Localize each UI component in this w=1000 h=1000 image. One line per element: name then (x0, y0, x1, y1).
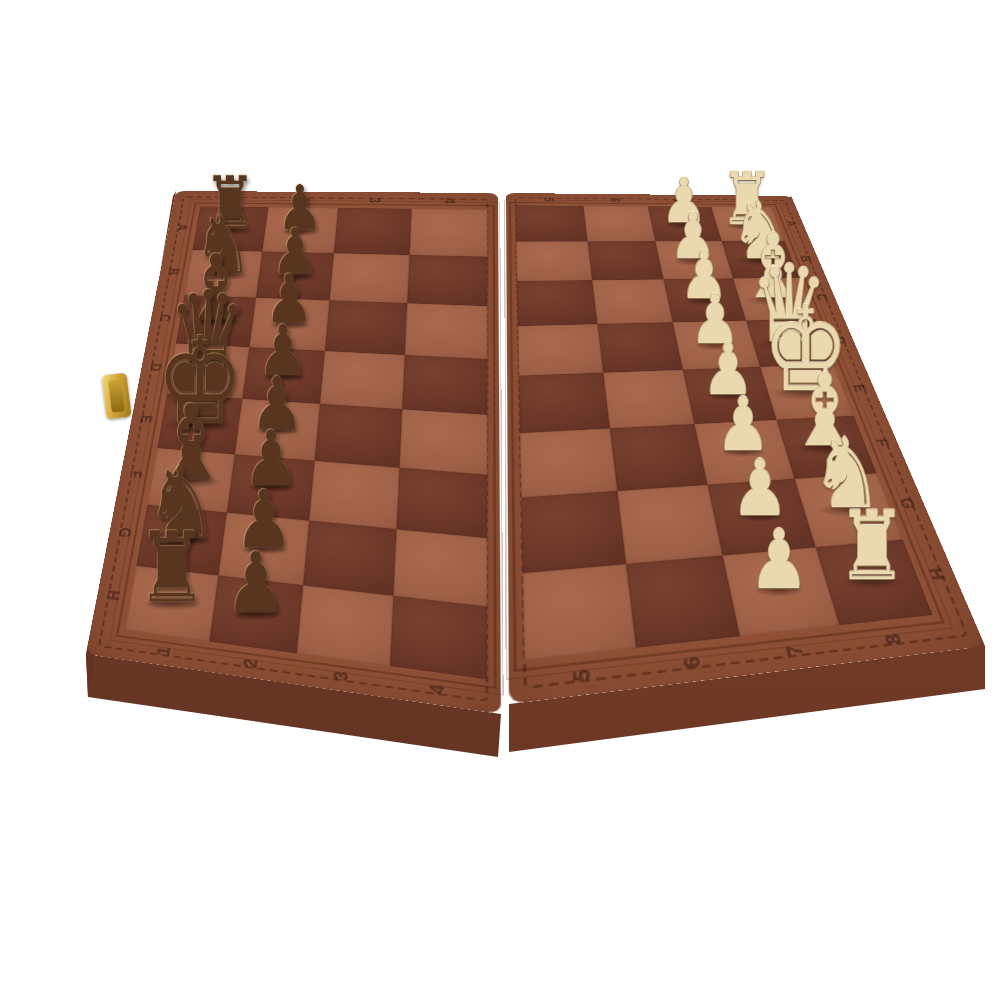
chess-piece-light-pawn[interactable]: ♟ (749, 519, 809, 601)
chess-piece-dark-rook[interactable]: ♜ (136, 520, 207, 617)
chess-piece-light-rook[interactable]: ♜ (837, 499, 907, 595)
gold-clasp-latch (101, 373, 131, 420)
chess-piece-dark-pawn[interactable]: ♟ (225, 542, 286, 626)
chess-set-photo: 11223344ABCDEFGH 55667788ABCDEFGH ♟♜♜♟♞♟… (0, 0, 1000, 1000)
